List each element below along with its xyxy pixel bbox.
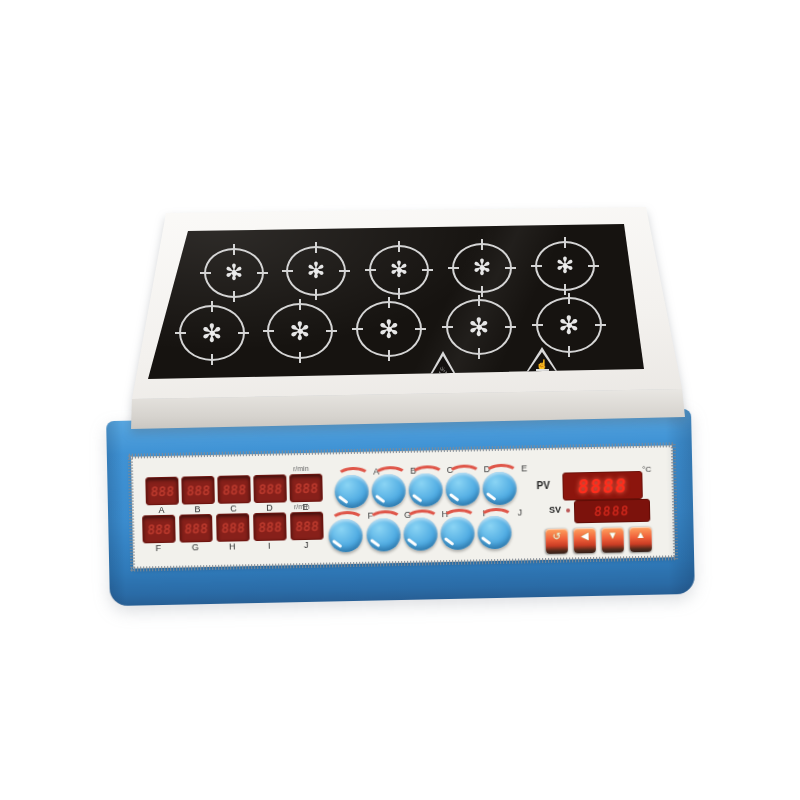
crosshair-tick [505,326,516,328]
speed-knob-b[interactable]: B [371,474,406,508]
speed-knob-g[interactable]: G [366,518,401,552]
sv-label: SV [549,505,561,515]
speed-display-a: 888 [145,477,179,506]
crosshair-tick [568,293,570,304]
speed-display-g: 888 [179,514,213,543]
crosshair-tick [532,324,543,326]
knob-pointer [407,537,417,546]
knob-scale-arc [447,464,481,484]
knob-scale-arc [479,508,513,528]
impeller-icon: ✻ [473,257,491,279]
display-label: H [217,541,248,552]
speed-display-h: 888 [216,513,250,542]
crosshair-tick [388,350,390,361]
knob-scale-arc [405,509,439,529]
speed-knob-j[interactable]: J [477,516,512,550]
impeller-icon: ✻ [225,262,243,284]
sv-display: 8888 [574,499,650,524]
knob-pointer [481,536,491,545]
stir-plate: ✻ ✻ ✻ ✻ ✻ ✻ ✻ ✻ ✻ ✻ ♨ ☝ [130,205,690,435]
crosshair-tick [415,328,426,330]
crosshair-tick [211,354,213,365]
crosshair-tick [505,267,516,269]
stir-position: ✻ [267,303,333,359]
speed-display-i: 888 [253,512,287,541]
stir-position: ✻ [535,241,595,291]
panel-serration [129,442,675,458]
stir-position: ✻ [204,248,264,298]
no-touch-warning-icon: ☝ [525,347,559,374]
display-label: F [143,543,174,554]
crosshair-tick [315,242,317,253]
knob-pointer [412,493,422,502]
stir-position: ✻ [452,243,512,293]
arrow-down-icon: ▼ [608,530,618,552]
knob-scale-arc [442,508,476,528]
impeller-icon: ✻ [202,321,223,346]
panel-serration [671,443,678,559]
knob-scale-arc [410,465,444,485]
impeller-icon: ✻ [307,260,325,282]
crosshair-tick [263,330,274,332]
crosshair-tick [238,332,249,334]
display-label: A [146,505,177,516]
crosshair-tick [588,265,599,267]
knob-pointer [486,492,496,501]
impeller-icon: ✻ [556,255,574,277]
shift-button[interactable]: ◀ [573,528,596,553]
speed-display-b: 888 [181,476,215,505]
knob-pointer [444,536,454,545]
arrow-up-icon: ▲ [636,530,646,552]
crosshair-tick [388,297,390,308]
stir-position: ✻ [446,299,512,355]
temp-unit-label: °C [642,465,651,474]
crosshair-tick [315,289,317,300]
knob-label: J [518,507,523,517]
speed-display-d: 888 [253,474,287,503]
speed-knob-c[interactable]: C [408,473,443,507]
knob-scale-arc [336,467,370,487]
crosshair-tick [200,272,211,274]
speed-display-f: 888 [142,515,176,544]
knob-pointer [332,539,342,548]
panel-serration [131,555,677,571]
crosshair-tick [564,284,566,295]
stir-position: ✻ [356,301,422,357]
display-label: C [218,503,249,514]
crosshair-tick [339,270,350,272]
knob-pointer [375,494,385,503]
knob-pointer [338,495,348,504]
knob-scale-arc [373,466,407,486]
stir-position: ✻ [369,245,429,295]
impeller-icon: ✻ [469,315,490,340]
speed-display-e: 888 [289,474,323,503]
rpm-unit-label: r/min [294,503,310,510]
display-label: D [254,502,285,513]
speed-knob-f[interactable]: F [328,519,363,553]
product-photo: ✻ ✻ ✻ ✻ ✻ ✻ ✻ ✻ ✻ ✻ ♨ ☝ [0,0,800,800]
crosshair-tick [282,270,293,272]
crosshair-tick [531,265,542,267]
crosshair-tick [448,267,459,269]
crosshair-tick [564,237,566,248]
speed-knob-d[interactable]: D [445,472,480,506]
panel-serration [128,455,135,571]
crosshair-tick [299,299,301,310]
display-label: G [180,542,211,553]
knob-pointer [370,538,380,547]
crosshair-tick [211,301,213,312]
crosshair-tick [481,239,483,250]
pv-label: PV [536,480,550,491]
speed-display-c: 888 [217,475,251,504]
crosshair-tick [257,272,268,274]
crosshair-tick [398,288,400,299]
speed-knob-e[interactable]: E [482,472,517,506]
control-panel: 888 888 888 888 888 A B C D E r/min 888 … [131,445,675,568]
speed-knob-a[interactable]: A [334,475,369,509]
stir-position: ✻ [179,305,245,361]
speed-knob-i[interactable]: I [440,516,475,550]
crosshair-tick [481,286,483,297]
impeller-icon: ✻ [559,313,580,338]
knob-scale-arc [330,511,364,531]
crosshair-tick [233,291,235,302]
speed-knob-h[interactable]: H [403,517,438,551]
crosshair-tick [442,326,453,328]
crosshair-tick [352,328,363,330]
up-button[interactable]: ▲ [629,527,652,552]
impeller-icon: ✻ [379,317,400,342]
display-label: B [182,504,213,515]
display-label: J [291,540,322,551]
crosshair-tick [595,324,606,326]
pv-display: 8888 [562,471,643,501]
control-base: 888 888 888 888 888 A B C D E r/min 888 … [106,409,695,606]
set-icon: ↺ [552,532,561,554]
crosshair-tick [478,348,480,359]
down-button[interactable]: ▼ [601,527,624,552]
crosshair-tick [326,330,337,332]
rpm-unit-label: r/min [293,465,309,472]
knob-label: E [521,463,527,473]
crosshair-tick [365,269,376,271]
crosshair-tick [422,269,433,271]
stir-position: ✻ [536,297,602,353]
shift-left-icon: ◀ [581,531,589,553]
crosshair-tick [233,244,235,255]
speed-display-j: 888 [290,512,324,541]
stir-position: ✻ [286,246,346,296]
knob-pointer [449,492,459,501]
impeller-icon: ✻ [390,259,408,281]
display-label: I [254,540,285,551]
crosshair-tick [299,352,301,363]
crosshair-tick [568,346,570,357]
impeller-icon: ✻ [290,319,311,344]
crosshair-tick [398,241,400,252]
sv-indicator-dot [566,508,570,512]
knob-scale-arc [484,464,518,484]
set-button[interactable]: ↺ [545,529,568,554]
knob-scale-arc [368,510,402,530]
crosshair-tick [478,295,480,306]
crosshair-tick [175,332,186,334]
